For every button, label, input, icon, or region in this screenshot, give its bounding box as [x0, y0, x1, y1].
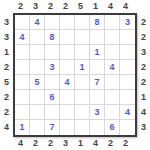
- cell-r5c6[interactable]: 7: [90, 75, 105, 90]
- cell-r2c1[interactable]: 4: [15, 30, 30, 45]
- cell-r6c4[interactable]: [60, 90, 75, 105]
- cell-r1c5[interactable]: [75, 15, 90, 30]
- cell-r3c7[interactable]: [105, 45, 120, 60]
- cell-r5c1[interactable]: [15, 75, 30, 90]
- cell-r7c3[interactable]: [45, 105, 60, 120]
- cell-r7c6[interactable]: 3: [90, 105, 105, 120]
- cell-r4c6[interactable]: [90, 60, 105, 75]
- cell-r8c3[interactable]: 7: [45, 120, 60, 135]
- clue-top-4: 2: [58, 0, 73, 13]
- cell-r3c2[interactable]: [30, 45, 45, 60]
- cell-r1c8[interactable]: 3: [120, 15, 135, 30]
- cell-r2c3[interactable]: 8: [45, 30, 60, 45]
- cell-r5c3[interactable]: [45, 75, 60, 90]
- cell-r8c1[interactable]: 1: [15, 120, 30, 135]
- clue-left-2: 3: [0, 30, 13, 45]
- clue-bottom-6: 4: [88, 137, 103, 150]
- cell-r1c7[interactable]: [105, 15, 120, 30]
- clue-bottom-7: 2: [103, 137, 118, 150]
- right-clues: 22322143: [137, 13, 150, 137]
- cell-r6c3[interactable]: 6: [45, 90, 60, 105]
- top-clues: 23225144: [13, 0, 150, 13]
- cell-r7c8[interactable]: 4: [120, 105, 135, 120]
- cell-r6c2[interactable]: [30, 90, 45, 105]
- board-middle-row: 33125224 483481314547634176 22322143: [0, 13, 150, 137]
- cell-r3c3[interactable]: [45, 45, 60, 60]
- cell-r2c7[interactable]: [105, 30, 120, 45]
- bottom-clues: 42231422: [13, 137, 150, 150]
- cell-r8c8[interactable]: [120, 120, 135, 135]
- cell-r7c1[interactable]: [15, 105, 30, 120]
- cell-r4c8[interactable]: [120, 60, 135, 75]
- cell-r1c3[interactable]: [45, 15, 60, 30]
- clue-top-7: 4: [103, 0, 118, 13]
- clue-bottom-2: 2: [28, 137, 43, 150]
- clue-left-6: 2: [0, 90, 13, 105]
- clue-top-5: 5: [73, 0, 88, 13]
- cell-r7c5[interactable]: [75, 105, 90, 120]
- cell-r1c6[interactable]: 8: [90, 15, 105, 30]
- cell-r5c4[interactable]: 4: [60, 75, 75, 90]
- cell-r3c1[interactable]: [15, 45, 30, 60]
- cell-r1c4[interactable]: [60, 15, 75, 30]
- clue-top-8: 4: [118, 0, 133, 13]
- cell-r3c5[interactable]: [75, 45, 90, 60]
- cell-r5c7[interactable]: [105, 75, 120, 90]
- cell-r6c6[interactable]: [90, 90, 105, 105]
- clue-right-7: 4: [137, 105, 150, 120]
- clue-bottom-1: 4: [13, 137, 28, 150]
- cell-r3c6[interactable]: 1: [90, 45, 105, 60]
- clue-bottom-5: 1: [73, 137, 88, 150]
- cell-r2c2[interactable]: [30, 30, 45, 45]
- skyscrapers-board: 483481314547634176: [13, 13, 137, 137]
- clue-left-1: 3: [0, 15, 13, 30]
- clue-bottom-8: 2: [118, 137, 133, 150]
- cell-r6c5[interactable]: [75, 90, 90, 105]
- cell-r4c5[interactable]: 1: [75, 60, 90, 75]
- cell-r8c2[interactable]: [30, 120, 45, 135]
- clue-right-8: 3: [137, 120, 150, 135]
- cell-r5c8[interactable]: [120, 75, 135, 90]
- left-clues: 33125224: [0, 13, 13, 137]
- cell-r7c2[interactable]: [30, 105, 45, 120]
- clue-left-4: 2: [0, 60, 13, 75]
- cell-r7c4[interactable]: [60, 105, 75, 120]
- clue-bottom-4: 3: [58, 137, 73, 150]
- cell-r2c4[interactable]: [60, 30, 75, 45]
- clue-bottom-3: 2: [43, 137, 58, 150]
- clue-top-3: 2: [43, 0, 58, 13]
- clue-top-1: 2: [13, 0, 28, 13]
- cell-r3c4[interactable]: [60, 45, 75, 60]
- cell-r1c2[interactable]: 4: [30, 15, 45, 30]
- cell-r8c4[interactable]: [60, 120, 75, 135]
- clue-top-6: 1: [88, 0, 103, 13]
- clue-right-2: 2: [137, 30, 150, 45]
- cell-r2c6[interactable]: [90, 30, 105, 45]
- cell-r3c8[interactable]: [120, 45, 135, 60]
- cell-r4c4[interactable]: [60, 60, 75, 75]
- cell-r8c7[interactable]: 6: [105, 120, 120, 135]
- cell-r8c5[interactable]: [75, 120, 90, 135]
- cell-r1c1[interactable]: [15, 15, 30, 30]
- clue-right-3: 3: [137, 45, 150, 60]
- clue-top-2: 3: [28, 0, 43, 13]
- cell-r4c7[interactable]: 4: [105, 60, 120, 75]
- cell-r6c1[interactable]: [15, 90, 30, 105]
- cell-r2c5[interactable]: [75, 30, 90, 45]
- clue-right-1: 2: [137, 15, 150, 30]
- clue-left-7: 2: [0, 105, 13, 120]
- clue-left-3: 1: [0, 45, 13, 60]
- cell-r7c7[interactable]: [105, 105, 120, 120]
- cell-r6c7[interactable]: [105, 90, 120, 105]
- cell-r5c2[interactable]: 5: [30, 75, 45, 90]
- cell-r4c1[interactable]: [15, 60, 30, 75]
- cell-r2c8[interactable]: [120, 30, 135, 45]
- cell-r6c8[interactable]: [120, 90, 135, 105]
- cell-r4c3[interactable]: 3: [45, 60, 60, 75]
- cell-r5c5[interactable]: [75, 75, 90, 90]
- cell-r4c2[interactable]: [30, 60, 45, 75]
- clue-right-6: 1: [137, 90, 150, 105]
- clue-right-4: 2: [137, 60, 150, 75]
- skyscrapers-puzzle: 23225144 33125224 483481314547634176 223…: [0, 0, 150, 150]
- clue-right-5: 2: [137, 75, 150, 90]
- clue-left-8: 4: [0, 120, 13, 135]
- cell-r8c6[interactable]: [90, 120, 105, 135]
- clue-left-5: 5: [0, 75, 13, 90]
